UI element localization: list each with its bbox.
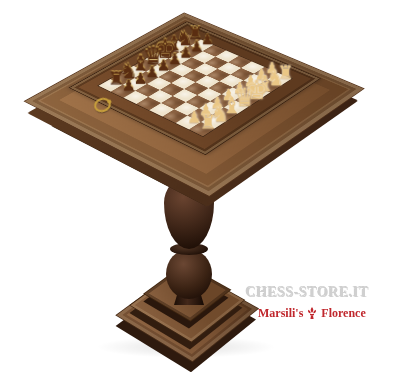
watermark-maker: Marsili's Florence xyxy=(258,306,366,321)
watermark-store: CHESS-STORE.IT xyxy=(246,285,369,301)
pedestal-ball xyxy=(166,249,212,299)
watermark-maker-right: Florence xyxy=(321,306,365,321)
product-photo: ♜♞♝♛♚♝♞♜♟♟♟♟♟♟♟♟♟♟♟♟♟♟♟♟♜♞♝♛♚♝♞♜ CHESS-S… xyxy=(0,0,400,372)
fleur-de-lis-icon xyxy=(307,307,317,320)
watermark-maker-left: Marsili's xyxy=(258,306,303,321)
